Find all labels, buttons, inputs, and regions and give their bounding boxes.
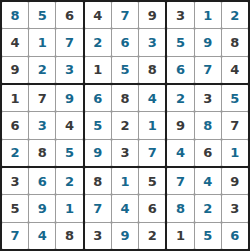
cell-r4c3[interactable]: 9: [56, 85, 82, 111]
cell-r4c1[interactable]: 1: [2, 85, 28, 111]
cell-r2c7[interactable]: 5: [167, 29, 193, 55]
cell-r8c7[interactable]: 8: [167, 195, 193, 221]
cell-r3c5[interactable]: 5: [112, 57, 138, 83]
cell-r9c8[interactable]: 5: [195, 223, 221, 249]
cell-r5c1[interactable]: 6: [2, 112, 28, 138]
cell-r1c2[interactable]: 5: [29, 2, 55, 28]
cell-r5c5[interactable]: 2: [112, 112, 138, 138]
cell-r1c4[interactable]: 4: [85, 2, 111, 28]
cell-r9c3[interactable]: 8: [56, 223, 82, 249]
cell-r8c9[interactable]: 3: [222, 195, 248, 221]
cell-r8c3[interactable]: 1: [56, 195, 82, 221]
cell-r2c3[interactable]: 7: [56, 29, 82, 55]
cell-r3c8[interactable]: 7: [195, 57, 221, 83]
cell-r5c4[interactable]: 5: [85, 112, 111, 138]
cell-r2c1[interactable]: 4: [2, 29, 28, 55]
cell-r6c6[interactable]: 7: [139, 140, 165, 166]
cell-r7c1[interactable]: 3: [2, 168, 28, 194]
box-7: 362591748: [2, 168, 83, 249]
cell-r4c7[interactable]: 2: [167, 85, 193, 111]
cell-r7c3[interactable]: 2: [56, 168, 82, 194]
cell-r7c9[interactable]: 9: [222, 168, 248, 194]
cell-r6c9[interactable]: 1: [222, 140, 248, 166]
cell-r6c8[interactable]: 6: [195, 140, 221, 166]
cell-r4c9[interactable]: 5: [222, 85, 248, 111]
cell-r9c5[interactable]: 9: [112, 223, 138, 249]
cell-r6c3[interactable]: 5: [56, 140, 82, 166]
box-3: 312598674: [167, 2, 248, 83]
cell-r1c6[interactable]: 9: [139, 2, 165, 28]
cell-r9c9[interactable]: 6: [222, 223, 248, 249]
cell-r3c2[interactable]: 2: [29, 57, 55, 83]
cell-r6c2[interactable]: 8: [29, 140, 55, 166]
cell-r1c1[interactable]: 8: [2, 2, 28, 28]
cell-r5c8[interactable]: 8: [195, 112, 221, 138]
cell-r2c8[interactable]: 9: [195, 29, 221, 55]
box-4: 179634285: [2, 85, 83, 166]
cell-r7c2[interactable]: 6: [29, 168, 55, 194]
sudoku-board: 8564179234792631583125986741796342856845…: [0, 0, 250, 251]
box-5: 684521937: [85, 85, 166, 166]
cell-r8c5[interactable]: 4: [112, 195, 138, 221]
cell-r8c1[interactable]: 5: [2, 195, 28, 221]
cell-r5c3[interactable]: 4: [56, 112, 82, 138]
box-1: 856417923: [2, 2, 83, 83]
cell-r3c3[interactable]: 3: [56, 57, 82, 83]
cell-r3c6[interactable]: 8: [139, 57, 165, 83]
cell-r4c2[interactable]: 7: [29, 85, 55, 111]
cell-r8c4[interactable]: 7: [85, 195, 111, 221]
cell-r5c7[interactable]: 9: [167, 112, 193, 138]
cell-r1c7[interactable]: 3: [167, 2, 193, 28]
cell-r3c9[interactable]: 4: [222, 57, 248, 83]
cell-r1c3[interactable]: 6: [56, 2, 82, 28]
box-2: 479263158: [85, 2, 166, 83]
cell-r4c8[interactable]: 3: [195, 85, 221, 111]
cell-r7c6[interactable]: 5: [139, 168, 165, 194]
cell-r4c6[interactable]: 4: [139, 85, 165, 111]
cell-r9c4[interactable]: 3: [85, 223, 111, 249]
cell-r7c5[interactable]: 1: [112, 168, 138, 194]
cell-r6c1[interactable]: 2: [2, 140, 28, 166]
cell-r3c1[interactable]: 9: [2, 57, 28, 83]
cell-r7c7[interactable]: 7: [167, 168, 193, 194]
cell-r7c4[interactable]: 8: [85, 168, 111, 194]
cell-r1c9[interactable]: 2: [222, 2, 248, 28]
cell-r9c7[interactable]: 1: [167, 223, 193, 249]
cell-r3c4[interactable]: 1: [85, 57, 111, 83]
cell-r6c5[interactable]: 3: [112, 140, 138, 166]
cell-r2c9[interactable]: 8: [222, 29, 248, 55]
cell-r6c4[interactable]: 9: [85, 140, 111, 166]
box-9: 749823156: [167, 168, 248, 249]
cell-r1c8[interactable]: 1: [195, 2, 221, 28]
cell-r4c4[interactable]: 6: [85, 85, 111, 111]
cell-r8c6[interactable]: 6: [139, 195, 165, 221]
box-6: 235987461: [167, 85, 248, 166]
cell-r9c1[interactable]: 7: [2, 223, 28, 249]
box-8: 815746392: [85, 168, 166, 249]
cell-r2c5[interactable]: 6: [112, 29, 138, 55]
cell-r5c2[interactable]: 3: [29, 112, 55, 138]
cell-r4c5[interactable]: 8: [112, 85, 138, 111]
cell-r8c8[interactable]: 2: [195, 195, 221, 221]
cell-r7c8[interactable]: 4: [195, 168, 221, 194]
cell-r5c6[interactable]: 1: [139, 112, 165, 138]
cell-r1c5[interactable]: 7: [112, 2, 138, 28]
cell-r5c9[interactable]: 7: [222, 112, 248, 138]
cell-r8c2[interactable]: 9: [29, 195, 55, 221]
cell-r2c4[interactable]: 2: [85, 29, 111, 55]
cell-r9c2[interactable]: 4: [29, 223, 55, 249]
cell-r2c6[interactable]: 3: [139, 29, 165, 55]
cell-r9c6[interactable]: 2: [139, 223, 165, 249]
cell-r6c7[interactable]: 4: [167, 140, 193, 166]
cell-r2c2[interactable]: 1: [29, 29, 55, 55]
cell-r3c7[interactable]: 6: [167, 57, 193, 83]
